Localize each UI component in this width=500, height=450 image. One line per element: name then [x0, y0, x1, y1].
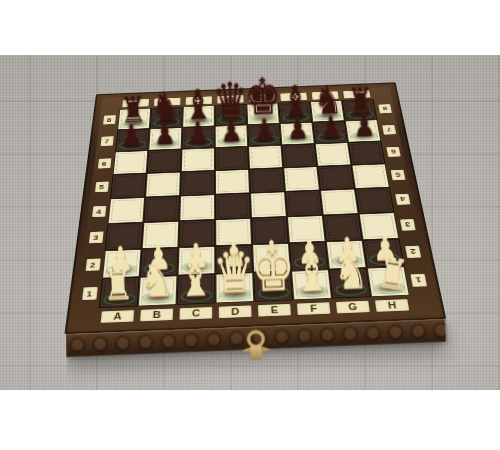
- square-g6[interactable]: [315, 142, 352, 166]
- square-d6[interactable]: [215, 146, 249, 170]
- square-b7[interactable]: ♟: [148, 127, 182, 150]
- square-c5[interactable]: [180, 171, 215, 196]
- square-b6[interactable]: [147, 149, 182, 173]
- square-d4[interactable]: [215, 193, 251, 220]
- rank-label-left-6-plaque: 6: [97, 158, 111, 168]
- rank-label-right-3-plaque: 3: [399, 219, 415, 231]
- file-label-bottom-h: H: [371, 296, 413, 315]
- frame-corner: [371, 87, 391, 99]
- square-c4[interactable]: [179, 194, 215, 221]
- file-label-bottom-d: D: [215, 302, 255, 321]
- square-h1[interactable]: ♜: [367, 266, 410, 297]
- rank-label-left-4: 4: [87, 199, 110, 225]
- square-f7[interactable]: ♟: [280, 122, 315, 145]
- rank-label-left-5: 5: [90, 175, 112, 200]
- square-f5[interactable]: [283, 166, 320, 191]
- rank-label-left-7: 7: [96, 130, 117, 153]
- rank-label-left-8: 8: [99, 109, 120, 131]
- file-label-bottom-a: A: [97, 306, 138, 325]
- file-label-bottom-e: E: [254, 300, 294, 319]
- square-d1[interactable]: ♛: [215, 272, 254, 303]
- chess-board: ABCDEFGH8♜♞♝♛♚♝♞♜87♟♟♟♟♟♟♟♟7665544332♟♟♟…: [64, 82, 446, 334]
- file-label-bottom-c-plaque: C: [180, 307, 213, 320]
- piece-black-pawn[interactable]: ♟: [186, 117, 209, 147]
- frame-corner: [101, 98, 120, 110]
- square-g5[interactable]: [317, 165, 355, 190]
- square-c7[interactable]: ♟: [182, 126, 215, 149]
- square-e5[interactable]: [249, 168, 285, 193]
- rank-label-right-8-plaque: 8: [378, 104, 392, 113]
- piece-black-pawn[interactable]: ♟: [120, 120, 143, 150]
- rank-label-right-5-plaque: 5: [390, 170, 405, 181]
- square-b1[interactable]: ♞: [138, 275, 178, 306]
- rank-label-left-7-plaque: 7: [100, 136, 113, 146]
- rank-label-right-5: 5: [385, 163, 409, 188]
- square-a1[interactable]: ♜: [99, 277, 140, 308]
- file-label-bottom-d-plaque: D: [219, 305, 252, 318]
- square-g7[interactable]: ♟: [312, 121, 348, 144]
- board-scene: ABCDEFGH8♜♞♝♛♚♝♞♜87♟♟♟♟♟♟♟♟7665544332♟♟♟…: [75, 18, 424, 367]
- rank-label-left-3: 3: [84, 224, 108, 251]
- piece-black-pawn[interactable]: ♟: [153, 119, 176, 149]
- square-g1[interactable]: ♞: [329, 268, 371, 299]
- piece-white-king[interactable]: ♚: [249, 239, 295, 301]
- product-photo: ABCDEFGH8♜♞♝♛♚♝♞♜87♟♟♟♟♟♟♟♟7665544332♟♟♟…: [0, 0, 500, 450]
- rank-label-right-6: 6: [381, 140, 405, 163]
- frame-corner: [74, 308, 98, 327]
- square-h6[interactable]: [348, 141, 385, 165]
- file-label-bottom-h-plaque: H: [375, 299, 409, 312]
- rank-label-left-5-plaque: 5: [94, 181, 108, 192]
- rank-label-left-1: 1: [77, 278, 102, 308]
- rank-label-right-6-plaque: 6: [386, 147, 400, 157]
- square-a6[interactable]: [113, 150, 149, 174]
- square-h4[interactable]: [355, 187, 395, 213]
- piece-black-pawn[interactable]: ♟: [352, 111, 375, 141]
- file-label-bottom-b-plaque: B: [140, 308, 173, 321]
- board-inner: ABCDEFGH8♜♞♝♛♚♝♞♜87♟♟♟♟♟♟♟♟7665544332♟♟♟…: [74, 87, 435, 327]
- square-f4[interactable]: [285, 190, 323, 216]
- rank-label-right-1-plaque: 1: [410, 274, 427, 287]
- square-a5[interactable]: [110, 173, 147, 198]
- file-label-bottom-f: F: [293, 299, 334, 318]
- rank-label-left-8-plaque: 8: [103, 115, 116, 124]
- rank-label-left-6: 6: [93, 152, 115, 176]
- rank-label-right-4-plaque: 4: [395, 194, 410, 205]
- square-a4[interactable]: [108, 197, 146, 224]
- square-g4[interactable]: [320, 189, 359, 215]
- rank-label-right-3: 3: [395, 212, 421, 239]
- rank-label-right-7: 7: [377, 119, 400, 141]
- rank-label-left-3-plaque: 3: [88, 231, 103, 243]
- square-f6[interactable]: [281, 144, 317, 168]
- square-c6[interactable]: [181, 148, 215, 172]
- rank-label-right-7-plaque: 7: [382, 125, 396, 135]
- piece-white-bishop[interactable]: ♝: [176, 253, 214, 303]
- file-label-bottom-g-plaque: G: [336, 300, 370, 313]
- square-f1[interactable]: ♝: [291, 269, 332, 300]
- square-h7[interactable]: ♟: [345, 120, 382, 143]
- square-e4[interactable]: [250, 192, 287, 218]
- file-label-bottom-c: C: [176, 303, 216, 322]
- rank-label-left-2-plaque: 2: [85, 258, 100, 271]
- square-h5[interactable]: [351, 164, 390, 189]
- piece-white-knight[interactable]: ♞: [332, 249, 368, 297]
- brass-clasp: [238, 329, 273, 364]
- rank-label-left-1-plaque: 1: [82, 287, 98, 300]
- piece-black-pawn[interactable]: ♟: [286, 113, 309, 143]
- square-b4[interactable]: [143, 196, 180, 223]
- rank-label-left-4-plaque: 4: [91, 206, 105, 217]
- rank-label-right-4: 4: [390, 187, 415, 213]
- square-c1[interactable]: ♝: [177, 274, 216, 305]
- piece-black-pawn[interactable]: ♟: [253, 115, 276, 145]
- square-d5[interactable]: [215, 169, 250, 194]
- clasp-latch-icon: [250, 346, 262, 359]
- square-e1[interactable]: ♚: [253, 271, 293, 302]
- rank-label-right-8: 8: [374, 98, 396, 119]
- square-e6[interactable]: [248, 145, 283, 169]
- piece-white-knight[interactable]: ♞: [138, 257, 174, 305]
- file-label-bottom-e-plaque: E: [258, 303, 291, 316]
- square-b5[interactable]: [145, 172, 181, 197]
- piece-black-pawn[interactable]: ♟: [319, 112, 342, 142]
- piece-white-rook[interactable]: ♜: [101, 263, 134, 306]
- file-label-bottom-a-plaque: A: [101, 310, 134, 323]
- file-label-bottom-b: B: [137, 305, 177, 324]
- file-label-bottom-f-plaque: F: [297, 302, 331, 315]
- rank-label-right-1: 1: [405, 265, 433, 295]
- frame-corner: [410, 295, 436, 313]
- square-d7[interactable]: ♟: [215, 125, 248, 148]
- file-label-bottom-g: G: [332, 297, 373, 316]
- piece-white-bishop[interactable]: ♝: [293, 248, 331, 298]
- square-e7[interactable]: ♟: [247, 123, 281, 146]
- square-a7[interactable]: ♟: [115, 129, 150, 152]
- piece-black-pawn[interactable]: ♟: [219, 116, 242, 146]
- piece-white-rook[interactable]: ♜: [375, 250, 410, 297]
